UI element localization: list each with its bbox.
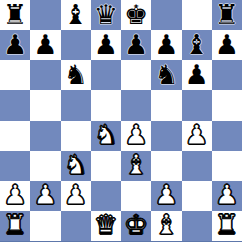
square-h8[interactable]: ♜ (212, 0, 242, 30)
square-g6[interactable]: ♟ (182, 60, 212, 90)
square-c5[interactable] (61, 90, 91, 120)
black-pawn[interactable]: ♟ (3, 31, 27, 58)
square-g3[interactable] (182, 151, 212, 181)
square-e2[interactable] (121, 181, 151, 211)
white-bishop[interactable]: ♝ (154, 211, 178, 238)
black-pawn[interactable]: ♟ (185, 61, 209, 88)
square-e4[interactable]: ♟ (121, 121, 151, 151)
white-knight[interactable]: ♞ (94, 121, 118, 148)
square-a1[interactable]: ♜ (0, 211, 30, 241)
square-h5[interactable] (212, 90, 242, 120)
square-e7[interactable]: ♟ (121, 30, 151, 60)
black-bishop[interactable]: ♝ (64, 1, 88, 28)
white-pawn[interactable]: ♟ (154, 181, 178, 208)
square-f6[interactable]: ♞ (151, 60, 181, 90)
square-b5[interactable] (30, 90, 60, 120)
square-e8[interactable]: ♚ (121, 0, 151, 30)
square-b4[interactable] (30, 121, 60, 151)
square-f2[interactable]: ♟ (151, 181, 181, 211)
black-queen[interactable]: ♛ (94, 1, 118, 28)
square-f1[interactable]: ♝ (151, 211, 181, 241)
square-c4[interactable] (61, 121, 91, 151)
white-pawn[interactable]: ♟ (124, 121, 148, 148)
square-h7[interactable]: ♟ (212, 30, 242, 60)
square-e1[interactable]: ♚ (121, 211, 151, 241)
square-b3[interactable] (30, 151, 60, 181)
square-a5[interactable] (0, 90, 30, 120)
square-a3[interactable] (0, 151, 30, 181)
square-d1[interactable]: ♛ (91, 211, 121, 241)
square-g7[interactable]: ♝ (182, 30, 212, 60)
square-e5[interactable] (121, 90, 151, 120)
white-knight[interactable]: ♞ (64, 151, 88, 178)
black-pawn[interactable]: ♟ (154, 31, 178, 58)
square-b6[interactable] (30, 60, 60, 90)
square-g2[interactable] (182, 181, 212, 211)
square-g8[interactable] (182, 0, 212, 30)
square-a2[interactable]: ♟ (0, 181, 30, 211)
black-knight[interactable]: ♞ (64, 61, 88, 88)
white-pawn[interactable]: ♟ (215, 181, 239, 208)
square-b1[interactable] (30, 211, 60, 241)
chess-board-container: ♜♝♛♚♜♟♟♟♟♟♝♟♞♞♟♞♟♟♞♝♟♟♟♟♟♜♛♚♝♜ (0, 0, 242, 242)
square-d2[interactable] (91, 181, 121, 211)
square-b7[interactable]: ♟ (30, 30, 60, 60)
square-f7[interactable]: ♟ (151, 30, 181, 60)
black-king[interactable]: ♚ (124, 1, 148, 28)
square-d5[interactable] (91, 90, 121, 120)
black-pawn[interactable]: ♟ (94, 31, 118, 58)
square-h3[interactable] (212, 151, 242, 181)
square-d6[interactable] (91, 60, 121, 90)
square-d3[interactable] (91, 151, 121, 181)
square-b2[interactable]: ♟ (30, 181, 60, 211)
white-pawn[interactable]: ♟ (33, 181, 57, 208)
square-f5[interactable] (151, 90, 181, 120)
square-g5[interactable] (182, 90, 212, 120)
square-a4[interactable] (0, 121, 30, 151)
black-knight[interactable]: ♞ (154, 61, 178, 88)
square-h2[interactable]: ♟ (212, 181, 242, 211)
square-b8[interactable] (30, 0, 60, 30)
black-bishop[interactable]: ♝ (185, 31, 209, 58)
square-g4[interactable]: ♟ (182, 121, 212, 151)
black-rook[interactable]: ♜ (3, 1, 27, 28)
square-d7[interactable]: ♟ (91, 30, 121, 60)
white-pawn[interactable]: ♟ (185, 121, 209, 148)
black-pawn[interactable]: ♟ (33, 31, 57, 58)
square-d8[interactable]: ♛ (91, 0, 121, 30)
white-bishop[interactable]: ♝ (124, 151, 148, 178)
white-king[interactable]: ♚ (124, 211, 148, 238)
square-a6[interactable] (0, 60, 30, 90)
square-c6[interactable]: ♞ (61, 60, 91, 90)
square-h6[interactable] (212, 60, 242, 90)
square-a8[interactable]: ♜ (0, 0, 30, 30)
square-h1[interactable]: ♜ (212, 211, 242, 241)
white-pawn[interactable]: ♟ (3, 181, 27, 208)
square-f8[interactable] (151, 0, 181, 30)
square-f3[interactable] (151, 151, 181, 181)
square-c3[interactable]: ♞ (61, 151, 91, 181)
black-pawn[interactable]: ♟ (124, 31, 148, 58)
chess-board: ♜♝♛♚♜♟♟♟♟♟♝♟♞♞♟♞♟♟♞♝♟♟♟♟♟♜♛♚♝♜ (0, 0, 242, 242)
black-pawn[interactable]: ♟ (215, 31, 239, 58)
square-e6[interactable] (121, 60, 151, 90)
square-e3[interactable]: ♝ (121, 151, 151, 181)
white-rook[interactable]: ♜ (215, 211, 239, 238)
square-a7[interactable]: ♟ (0, 30, 30, 60)
white-pawn[interactable]: ♟ (64, 181, 88, 208)
square-c1[interactable] (61, 211, 91, 241)
white-rook[interactable]: ♜ (3, 211, 27, 238)
square-c2[interactable]: ♟ (61, 181, 91, 211)
white-queen[interactable]: ♛ (94, 211, 118, 238)
square-d4[interactable]: ♞ (91, 121, 121, 151)
square-c8[interactable]: ♝ (61, 0, 91, 30)
square-h4[interactable] (212, 121, 242, 151)
square-c7[interactable] (61, 30, 91, 60)
square-g1[interactable] (182, 211, 212, 241)
square-f4[interactable] (151, 121, 181, 151)
black-rook[interactable]: ♜ (215, 1, 239, 28)
